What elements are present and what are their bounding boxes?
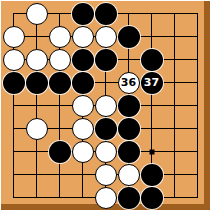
black-stone-c6r6 [118,118,140,140]
black-stone-c6r2 [118,26,140,48]
white-stone-c2r1 [26,3,48,25]
black-stone-c6r9 [118,187,140,209]
black-stone-move-37: 37 [141,72,163,94]
black-stone-c4r3 [72,49,94,71]
black-stone-c4r4 [72,72,94,94]
go-grid: 3637 [13,13,198,198]
black-stone-c5r3 [95,49,117,71]
white-stone-c2r6 [26,118,48,140]
black-stone-c5r6 [95,118,117,140]
black-stone-c7r9 [141,187,163,209]
go-board[interactable]: 3637 [0,0,211,211]
white-stone-c5r9 [95,187,117,209]
black-stone-c7r3 [141,49,163,71]
white-stone-c5r8 [95,164,117,186]
white-stone-c5r2 [95,26,117,48]
white-stone-c1r2 [3,26,25,48]
star-point [149,149,154,154]
white-stone-c5r7 [95,141,117,163]
white-stone-c4r5 [72,95,94,117]
black-stone-c7r8 [141,164,163,186]
black-stone-c1r4 [3,72,25,94]
black-stone-c6r5 [118,95,140,117]
black-stone-c3r4 [49,72,71,94]
white-stone-c4r2 [72,26,94,48]
white-stone-c3r3 [49,49,71,71]
white-stone-c1r3 [3,49,25,71]
black-stone-c5r1 [95,3,117,25]
black-stone-c2r4 [26,72,48,94]
black-stone-c6r7 [118,141,140,163]
white-stone-c5r5 [95,95,117,117]
black-stone-c3r7 [49,141,71,163]
white-stone-c6r8 [118,164,140,186]
white-stone-c3r2 [49,26,71,48]
white-stone-move-36: 36 [118,72,140,94]
white-stone-c4r7 [72,141,94,163]
black-stone-c4r1 [72,3,94,25]
white-stone-c2r3 [26,49,48,71]
white-stone-c4r6 [72,118,94,140]
